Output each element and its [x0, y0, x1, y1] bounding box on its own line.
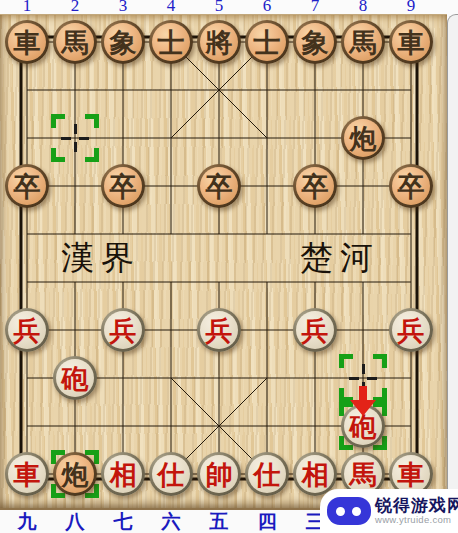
piece-disc: 兵	[104, 311, 142, 349]
piece-character: 馬	[62, 28, 89, 56]
piece-砲-red[interactable]: 砲	[53, 356, 97, 400]
piece-character: 士	[158, 28, 185, 56]
file-label-top: 7	[311, 0, 320, 14]
piece-character: 兵	[14, 316, 41, 344]
piece-disc: 兵	[296, 311, 334, 349]
piece-disc: 士	[152, 23, 190, 61]
piece-character: 兵	[302, 316, 329, 344]
bracket-corner	[51, 114, 65, 128]
crosshair-icon	[362, 364, 365, 374]
piece-將-black[interactable]: 將	[197, 20, 241, 64]
piece-character: 車	[398, 28, 425, 56]
piece-disc: 炮	[344, 119, 382, 157]
piece-disc: 卒	[392, 167, 430, 205]
piece-disc: 車	[8, 455, 46, 493]
piece-車-black[interactable]: 車	[389, 20, 433, 64]
crosshair-icon	[79, 137, 89, 140]
piece-disc: 兵	[200, 311, 238, 349]
piece-卒-black[interactable]: 卒	[101, 164, 145, 208]
piece-character: 兵	[206, 316, 233, 344]
piece-character: 相	[302, 460, 329, 488]
site-watermark: 锐得游戏网 www.ytruide.com	[320, 489, 458, 533]
piece-士-black[interactable]: 士	[245, 20, 289, 64]
piece-兵-red[interactable]: 兵	[101, 308, 145, 352]
piece-character: 車	[14, 460, 41, 488]
bracket-corner	[339, 354, 353, 368]
piece-disc: 仕	[248, 455, 286, 493]
piece-車-black[interactable]: 車	[5, 20, 49, 64]
piece-character: 馬	[350, 460, 377, 488]
bracket-corner	[85, 148, 99, 162]
watermark-site-url: www.ytruide.com	[375, 515, 458, 525]
piece-馬-black[interactable]: 馬	[53, 20, 97, 64]
piece-character: 卒	[206, 172, 233, 200]
piece-卒-black[interactable]: 卒	[5, 164, 49, 208]
file-label-bottom: 八	[66, 510, 85, 533]
file-label-top: 4	[167, 0, 176, 14]
piece-disc: 馬	[56, 23, 94, 61]
piece-炮-black[interactable]: 炮	[53, 452, 97, 496]
piece-character: 兵	[110, 316, 137, 344]
file-label-top: 9	[407, 0, 416, 14]
piece-disc: 士	[248, 23, 286, 61]
piece-disc: 兵	[392, 311, 430, 349]
piece-象-black[interactable]: 象	[293, 20, 337, 64]
piece-disc: 卒	[104, 167, 142, 205]
file-label-top: 2	[71, 0, 80, 14]
file-label-bottom: 五	[210, 510, 229, 533]
file-label-top: 5	[215, 0, 224, 14]
piece-兵-red[interactable]: 兵	[5, 308, 49, 352]
bracket-corner	[373, 354, 387, 368]
file-label-top: 3	[119, 0, 128, 14]
piece-character: 士	[254, 28, 281, 56]
piece-disc: 車	[392, 455, 430, 493]
piece-disc: 車	[392, 23, 430, 61]
crosshair-icon	[367, 377, 377, 380]
file-label-bottom: 九	[18, 510, 37, 533]
piece-disc: 帥	[200, 455, 238, 493]
piece-character: 卒	[302, 172, 329, 200]
watermark-site-name: 锐得游戏网	[375, 497, 458, 515]
piece-disc: 卒	[296, 167, 334, 205]
piece-character: 砲	[350, 412, 377, 440]
piece-disc: 象	[296, 23, 334, 61]
piece-disc: 炮	[56, 455, 94, 493]
piece-disc: 將	[200, 23, 238, 61]
piece-disc: 相	[104, 455, 142, 493]
crosshair-icon	[349, 377, 359, 380]
move-origin-marker	[51, 114, 99, 162]
piece-炮-black[interactable]: 炮	[341, 116, 385, 160]
piece-character: 馬	[350, 28, 377, 56]
piece-character: 炮	[62, 460, 89, 488]
crosshair-icon	[61, 137, 71, 140]
file-label-bottom: 六	[162, 510, 181, 533]
river-label-right: 楚河	[300, 240, 380, 276]
piece-character: 象	[302, 28, 329, 56]
piece-character: 車	[398, 460, 425, 488]
piece-character: 將	[206, 28, 233, 56]
bracket-corner	[51, 148, 65, 162]
move-arrow-icon	[350, 386, 376, 416]
file-label-bottom: 七	[114, 510, 133, 533]
piece-兵-red[interactable]: 兵	[389, 308, 433, 352]
piece-disc: 卒	[200, 167, 238, 205]
piece-象-black[interactable]: 象	[101, 20, 145, 64]
bracket-corner	[85, 114, 99, 128]
piece-character: 炮	[350, 124, 377, 152]
file-label-bottom: 四	[258, 510, 277, 533]
piece-disc: 馬	[344, 455, 382, 493]
piece-character: 仕	[254, 460, 281, 488]
crosshair-icon	[74, 124, 77, 134]
piece-character: 卒	[110, 172, 137, 200]
file-labels-top: 123456789	[0, 0, 458, 14]
piece-character: 象	[110, 28, 137, 56]
piece-車-red[interactable]: 車	[5, 452, 49, 496]
file-label-top: 6	[263, 0, 272, 14]
file-label-top: 1	[23, 0, 32, 14]
piece-馬-black[interactable]: 馬	[341, 20, 385, 64]
piece-disc: 象	[104, 23, 142, 61]
piece-卒-black[interactable]: 卒	[389, 164, 433, 208]
piece-character: 兵	[398, 316, 425, 344]
piece-character: 卒	[14, 172, 41, 200]
piece-disc: 砲	[56, 359, 94, 397]
piece-disc: 相	[296, 455, 334, 493]
piece-disc: 車	[8, 23, 46, 61]
piece-卒-black[interactable]: 卒	[197, 164, 241, 208]
gamepad-logo-icon	[327, 497, 371, 525]
piece-仕-red[interactable]: 仕	[149, 452, 193, 496]
piece-character: 相	[110, 460, 137, 488]
piece-character: 仕	[158, 460, 185, 488]
piece-帥-red[interactable]: 帥	[197, 452, 241, 496]
piece-character: 砲	[62, 364, 89, 392]
piece-兵-red[interactable]: 兵	[197, 308, 241, 352]
piece-character: 車	[14, 28, 41, 56]
piece-disc: 卒	[8, 167, 46, 205]
crosshair-icon	[74, 142, 77, 152]
river-label-left: 漢界	[61, 240, 141, 276]
piece-disc: 馬	[344, 23, 382, 61]
xiangqi-app: 漢界 楚河 123456789 九八七六五四三 車馬象士將士象馬車炮卒卒卒卒卒兵…	[0, 0, 458, 533]
piece-兵-red[interactable]: 兵	[293, 308, 337, 352]
page-background-strip	[447, 14, 458, 533]
piece-disc: 兵	[8, 311, 46, 349]
piece-character: 帥	[206, 460, 233, 488]
arrow-head	[350, 400, 376, 416]
piece-character: 卒	[398, 172, 425, 200]
piece-disc: 仕	[152, 455, 190, 493]
piece-仕-red[interactable]: 仕	[245, 452, 289, 496]
piece-卒-black[interactable]: 卒	[293, 164, 337, 208]
piece-相-red[interactable]: 相	[101, 452, 145, 496]
piece-士-black[interactable]: 士	[149, 20, 193, 64]
file-label-top: 8	[359, 0, 368, 14]
